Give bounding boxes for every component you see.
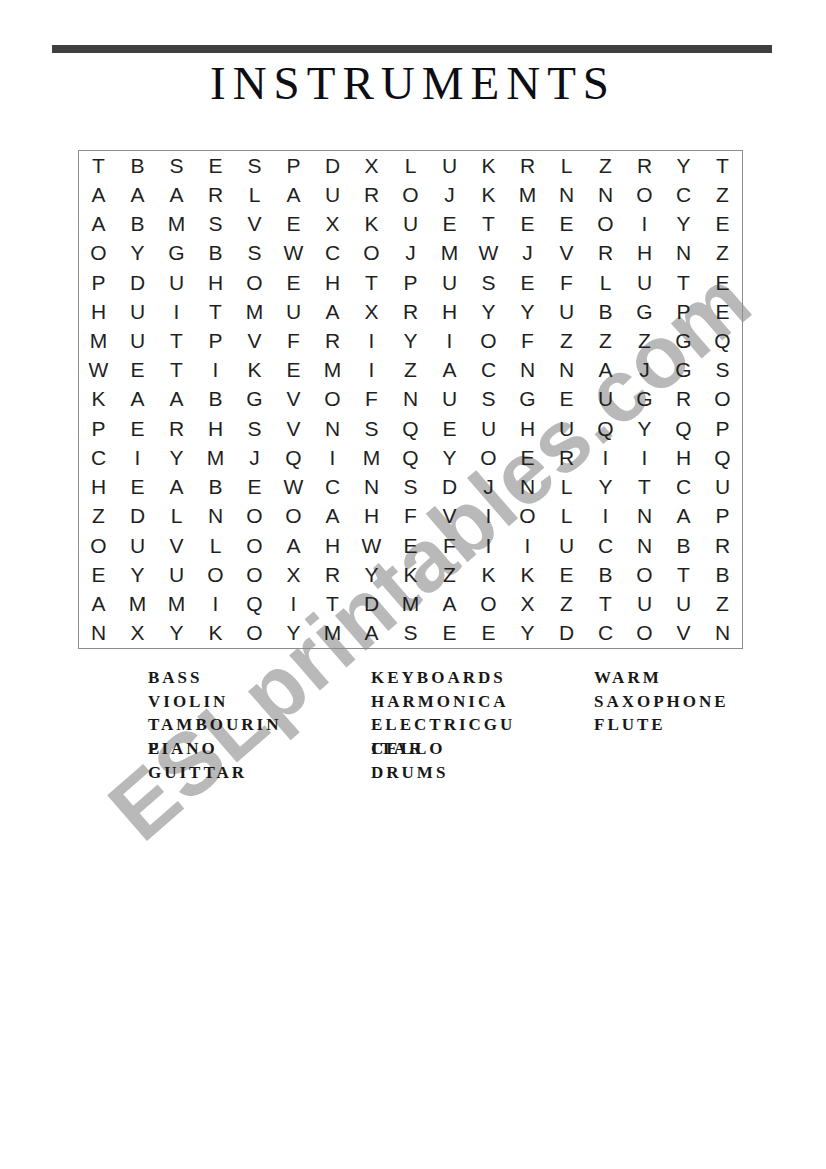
grid-cell-r3-c6: E — [274, 209, 313, 238]
grid-cell-r12-c7: C — [313, 473, 352, 502]
grid-cell-r13-c16: A — [664, 502, 703, 531]
grid-cell-r2-c9: O — [391, 180, 430, 209]
grid-cell-r10-c4: H — [196, 414, 235, 443]
grid-cell-r2-c7: U — [313, 180, 352, 209]
word-list-column-3: WARMSAXOPHONEFLUTE — [594, 666, 729, 737]
grid-cell-r2-c14: N — [586, 180, 625, 209]
grid-cell-r13-c11: I — [469, 502, 508, 531]
grid-cell-r7-c12: F — [508, 326, 547, 355]
grid-cell-r3-c15: I — [625, 209, 664, 238]
grid-cell-r3-c1: A — [79, 209, 118, 238]
grid-cell-r2-c4: R — [196, 180, 235, 209]
grid-cell-r12-c11: J — [469, 473, 508, 502]
grid-cell-r8-c16: G — [664, 356, 703, 385]
grid-cell-r9-c15: G — [625, 385, 664, 414]
grid-cell-r3-c12: E — [508, 209, 547, 238]
grid-cell-r5-c1: P — [79, 268, 118, 297]
grid-cell-r7-c15: Z — [625, 326, 664, 355]
grid-cell-r13-c7: A — [313, 502, 352, 531]
grid-cell-r8-c13: N — [547, 356, 586, 385]
grid-cell-r17-c11: E — [469, 619, 508, 648]
grid-cell-r1-c5: S — [235, 151, 274, 180]
grid-cell-r10-c14: Q — [586, 414, 625, 443]
grid-cell-r4-c16: N — [664, 239, 703, 268]
grid-cell-r10-c6: V — [274, 414, 313, 443]
grid-cell-r3-c8: K — [352, 209, 391, 238]
grid-cell-r1-c14: Z — [586, 151, 625, 180]
wrapped-text-overlap: E — [148, 737, 162, 761]
grid-cell-r6-c1: H — [79, 297, 118, 326]
grid-cell-r7-c3: T — [157, 326, 196, 355]
grid-cell-r14-c6: A — [274, 531, 313, 560]
grid-cell-r4-c12: J — [508, 239, 547, 268]
grid-cell-r8-c3: T — [157, 356, 196, 385]
grid-cell-r15-c17: B — [703, 560, 742, 589]
grid-cell-r17-c4: K — [196, 619, 235, 648]
grid-cell-r12-c4: B — [196, 473, 235, 502]
grid-cell-r16-c10: A — [430, 590, 469, 619]
grid-cell-r2-c5: L — [235, 180, 274, 209]
grid-cell-r3-c10: E — [430, 209, 469, 238]
grid-cell-r14-c17: R — [703, 531, 742, 560]
grid-cell-r14-c13: U — [547, 531, 586, 560]
grid-cell-r17-c2: X — [118, 619, 157, 648]
grid-cell-r6-c11: Y — [469, 297, 508, 326]
grid-cell-r1-c3: S — [157, 151, 196, 180]
grid-cell-r15-c1: E — [79, 560, 118, 589]
grid-cell-r16-c13: Z — [547, 590, 586, 619]
grid-cell-r17-c12: Y — [508, 619, 547, 648]
grid-cell-r17-c17: N — [703, 619, 742, 648]
word-list-column-1: BASSVIOLINTAMBOURINPIANOEGUITTAR — [148, 666, 281, 785]
grid-cell-r8-c10: A — [430, 356, 469, 385]
grid-cell-r4-c13: V — [547, 239, 586, 268]
grid-cell-r1-c2: B — [118, 151, 157, 180]
grid-cell-r2-c16: C — [664, 180, 703, 209]
grid-cell-r1-c15: R — [625, 151, 664, 180]
grid-cell-r9-c17: O — [703, 385, 742, 414]
grid-cell-r11-c14: I — [586, 443, 625, 472]
grid-cell-r8-c15: J — [625, 356, 664, 385]
grid-cell-r9-c4: B — [196, 385, 235, 414]
grid-cell-r16-c3: M — [157, 590, 196, 619]
grid-cell-r13-c10: V — [430, 502, 469, 531]
grid-cell-r14-c8: W — [352, 531, 391, 560]
grid-cell-r15-c14: B — [586, 560, 625, 589]
grid-cell-r17-c8: A — [352, 619, 391, 648]
grid-cell-r17-c6: Y — [274, 619, 313, 648]
grid-cell-r10-c10: E — [430, 414, 469, 443]
grid-cell-r8-c12: N — [508, 356, 547, 385]
grid-cell-r8-c7: M — [313, 356, 352, 385]
grid-cell-r14-c4: L — [196, 531, 235, 560]
grid-cell-r9-c5: G — [235, 385, 274, 414]
grid-cell-r1-c16: Y — [664, 151, 703, 180]
grid-cell-r13-c4: N — [196, 502, 235, 531]
grid-cell-r1-c1: T — [79, 151, 118, 180]
grid-cell-r8-c11: C — [469, 356, 508, 385]
grid-cell-r15-c4: O — [196, 560, 235, 589]
grid-cell-r5-c10: U — [430, 268, 469, 297]
grid-cell-r10-c15: Y — [625, 414, 664, 443]
grid-cell-r12-c12: N — [508, 473, 547, 502]
grid-cell-r6-c7: A — [313, 297, 352, 326]
grid-cell-r6-c15: G — [625, 297, 664, 326]
grid-cell-r11-c10: Y — [430, 443, 469, 472]
grid-cell-r6-c10: H — [430, 297, 469, 326]
grid-cell-r3-c9: U — [391, 209, 430, 238]
grid-cell-r15-c10: Z — [430, 560, 469, 589]
grid-cell-r6-c14: B — [586, 297, 625, 326]
grid-cell-r14-c9: E — [391, 531, 430, 560]
grid-cell-r6-c13: U — [547, 297, 586, 326]
grid-cell-r3-c17: E — [703, 209, 742, 238]
word-list: BASSVIOLINTAMBOURINPIANOEGUITTAR KEYBOAR… — [0, 666, 826, 791]
grid-cell-r16-c11: O — [469, 590, 508, 619]
grid-cell-r3-c16: Y — [664, 209, 703, 238]
grid-cell-r5-c5: O — [235, 268, 274, 297]
grid-cell-r11-c9: Q — [391, 443, 430, 472]
grid-cell-r7-c14: Z — [586, 326, 625, 355]
grid-cell-r8-c14: A — [586, 356, 625, 385]
grid-cell-r16-c4: I — [196, 590, 235, 619]
word-item-violin: VIOLIN — [148, 690, 281, 714]
grid-cell-r10-c17: P — [703, 414, 742, 443]
grid-cell-r12-c14: Y — [586, 473, 625, 502]
worksheet-page: ESLprintables.com INSTRUMENTS TBSESPDXLU… — [0, 0, 826, 1169]
grid-cell-r13-c15: N — [625, 502, 664, 531]
grid-cell-r17-c16: V — [664, 619, 703, 648]
grid-cell-r9-c12: G — [508, 385, 547, 414]
grid-cell-r8-c2: E — [118, 356, 157, 385]
grid-cell-r16-c9: M — [391, 590, 430, 619]
grid-cell-r2-c2: A — [118, 180, 157, 209]
grid-cell-r13-c5: O — [235, 502, 274, 531]
grid-cell-r5-c16: T — [664, 268, 703, 297]
word-search-grid: TBSESPDXLUKRLZRYTAAARLAUROJKMNNOCZABMSVE… — [78, 150, 743, 649]
grid-cell-r16-c16: U — [664, 590, 703, 619]
grid-cell-r11-c17: Q — [703, 443, 742, 472]
grid-cell-r13-c12: O — [508, 502, 547, 531]
grid-cell-r7-c1: M — [79, 326, 118, 355]
grid-cell-r12-c6: W — [274, 473, 313, 502]
grid-cell-r15-c12: K — [508, 560, 547, 589]
word-item-saxophone: SAXOPHONE — [594, 690, 729, 714]
grid-cell-r10-c1: P — [79, 414, 118, 443]
grid-cell-r2-c3: A — [157, 180, 196, 209]
grid-cell-r12-c15: T — [625, 473, 664, 502]
grid-cell-r16-c6: I — [274, 590, 313, 619]
grid-cell-r6-c12: Y — [508, 297, 547, 326]
grid-cell-r15-c8: Y — [352, 560, 391, 589]
grid-cell-r7-c9: Y — [391, 326, 430, 355]
grid-cell-r17-c5: O — [235, 619, 274, 648]
grid-cell-r16-c5: Q — [235, 590, 274, 619]
grid-cell-r16-c8: D — [352, 590, 391, 619]
grid-cell-r14-c3: V — [157, 531, 196, 560]
word-item-guittar: GUITTAR — [148, 761, 281, 785]
word-item-warm: WARM — [594, 666, 729, 690]
grid-cell-r7-c4: P — [196, 326, 235, 355]
word-item-flute: FLUTE — [594, 713, 729, 737]
grid-cell-r4-c2: Y — [118, 239, 157, 268]
grid-cell-r9-c3: A — [157, 385, 196, 414]
grid-cell-r8-c9: Z — [391, 356, 430, 385]
word-list-column-2: KEYBOARDSHARMONICAELECTRICGUCELLOITARDRU… — [371, 666, 515, 785]
grid-cell-r10-c7: N — [313, 414, 352, 443]
grid-cell-r16-c17: Z — [703, 590, 742, 619]
grid-cell-r13-c14: I — [586, 502, 625, 531]
grid-cell-r5-c9: P — [391, 268, 430, 297]
grid-cell-r15-c13: E — [547, 560, 586, 589]
grid-cell-r7-c16: G — [664, 326, 703, 355]
grid-cell-r4-c3: G — [157, 239, 196, 268]
grid-cell-r12-c17: U — [703, 473, 742, 502]
grid-cell-r3-c4: S — [196, 209, 235, 238]
grid-cell-r17-c3: Y — [157, 619, 196, 648]
grid-cell-r10-c2: E — [118, 414, 157, 443]
grid-cell-r5-c13: F — [547, 268, 586, 297]
grid-cell-r7-c6: F — [274, 326, 313, 355]
grid-cell-r4-c5: S — [235, 239, 274, 268]
grid-cell-r14-c14: C — [586, 531, 625, 560]
grid-cell-r10-c8: S — [352, 414, 391, 443]
grid-cell-r4-c17: Z — [703, 239, 742, 268]
grid-cell-r14-c16: B — [664, 531, 703, 560]
grid-cell-r14-c12: I — [508, 531, 547, 560]
grid-cell-r9-c2: A — [118, 385, 157, 414]
grid-cell-r11-c5: J — [235, 443, 274, 472]
grid-cell-r12-c5: E — [235, 473, 274, 502]
grid-cell-r3-c5: V — [235, 209, 274, 238]
grid-cell-r13-c2: D — [118, 502, 157, 531]
grid-cell-r2-c6: A — [274, 180, 313, 209]
grid-cell-r13-c17: P — [703, 502, 742, 531]
header-rule — [52, 45, 772, 53]
grid-cell-r1-c7: D — [313, 151, 352, 180]
grid-cell-r10-c13: U — [547, 414, 586, 443]
grid-cell-r7-c7: R — [313, 326, 352, 355]
grid-cell-r15-c15: O — [625, 560, 664, 589]
grid-cell-r2-c12: M — [508, 180, 547, 209]
grid-cell-r13-c1: Z — [79, 502, 118, 531]
grid-cell-r2-c15: O — [625, 180, 664, 209]
grid-cell-r17-c14: C — [586, 619, 625, 648]
grid-cell-r1-c11: K — [469, 151, 508, 180]
grid-cell-r12-c13: L — [547, 473, 586, 502]
grid-cell-r4-c10: M — [430, 239, 469, 268]
grid-cell-r14-c5: O — [235, 531, 274, 560]
grid-cell-r1-c8: X — [352, 151, 391, 180]
grid-cell-r6-c16: P — [664, 297, 703, 326]
grid-cell-r17-c7: M — [313, 619, 352, 648]
grid-cell-r2-c8: R — [352, 180, 391, 209]
grid-cell-r15-c5: O — [235, 560, 274, 589]
word-item-drums: DRUMS — [371, 761, 515, 785]
grid-cell-r2-c11: K — [469, 180, 508, 209]
grid-cell-r5-c3: U — [157, 268, 196, 297]
grid-cell-r11-c13: R — [547, 443, 586, 472]
grid-cell-r8-c1: W — [79, 356, 118, 385]
grid-cell-r10-c16: Q — [664, 414, 703, 443]
grid-cell-r6-c6: U — [274, 297, 313, 326]
grid-cell-r11-c7: I — [313, 443, 352, 472]
grid-cell-r5-c14: L — [586, 268, 625, 297]
grid-cell-r5-c8: T — [352, 268, 391, 297]
grid-cell-r13-c6: O — [274, 502, 313, 531]
grid-cell-r5-c4: H — [196, 268, 235, 297]
grid-cell-r2-c13: N — [547, 180, 586, 209]
grid-cell-r7-c8: I — [352, 326, 391, 355]
grid-cell-r5-c17: E — [703, 268, 742, 297]
word-item-electricgu: ELECTRICGU — [371, 713, 515, 737]
grid-cell-r11-c3: Y — [157, 443, 196, 472]
grid-cell-r16-c1: A — [79, 590, 118, 619]
grid-cell-r11-c6: Q — [274, 443, 313, 472]
grid-cell-r10-c5: S — [235, 414, 274, 443]
grid-cell-r14-c10: F — [430, 531, 469, 560]
grid-cell-r4-c15: H — [625, 239, 664, 268]
word-item-keyboards: KEYBOARDS — [371, 666, 515, 690]
grid-cell-r1-c10: U — [430, 151, 469, 180]
grid-cell-r9-c13: E — [547, 385, 586, 414]
grid-cell-r6-c9: R — [391, 297, 430, 326]
grid-cell-r9-c11: S — [469, 385, 508, 414]
grid-cell-r15-c16: T — [664, 560, 703, 589]
grid-cell-r9-c1: K — [79, 385, 118, 414]
grid-cell-r2-c1: A — [79, 180, 118, 209]
word-item-bass: BASS — [148, 666, 281, 690]
grid-cell-r11-c8: M — [352, 443, 391, 472]
grid-cell-r5-c15: U — [625, 268, 664, 297]
grid-cell-r4-c11: W — [469, 239, 508, 268]
grid-cell-r1-c13: L — [547, 151, 586, 180]
grid-cell-r4-c14: R — [586, 239, 625, 268]
grid-cell-r11-c16: H — [664, 443, 703, 472]
grid-cell-r5-c6: E — [274, 268, 313, 297]
grid-cell-r17-c1: N — [79, 619, 118, 648]
grid-cell-r13-c8: H — [352, 502, 391, 531]
grid-cell-r16-c14: T — [586, 590, 625, 619]
grid-cell-r9-c14: U — [586, 385, 625, 414]
grid-cell-r6-c3: I — [157, 297, 196, 326]
grid-cell-r8-c5: K — [235, 356, 274, 385]
grid-cell-r16-c2: M — [118, 590, 157, 619]
grid-cell-r7-c17: Q — [703, 326, 742, 355]
grid-cell-r4-c6: W — [274, 239, 313, 268]
grid-cell-r6-c5: M — [235, 297, 274, 326]
grid-cell-r7-c11: O — [469, 326, 508, 355]
grid-cell-r1-c17: T — [703, 151, 742, 180]
grid-cell-r14-c1: O — [79, 531, 118, 560]
grid-cell-r15-c11: K — [469, 560, 508, 589]
grid-cell-r10-c9: Q — [391, 414, 430, 443]
grid-cell-r1-c12: R — [508, 151, 547, 180]
grid-cell-r7-c5: V — [235, 326, 274, 355]
grid-cell-r15-c2: Y — [118, 560, 157, 589]
grid-cell-r11-c4: M — [196, 443, 235, 472]
grid-cell-r13-c3: L — [157, 502, 196, 531]
grid-cell-r12-c3: A — [157, 473, 196, 502]
grid-cell-r12-c10: D — [430, 473, 469, 502]
grid-cell-r15-c7: R — [313, 560, 352, 589]
grid-cell-r2-c17: Z — [703, 180, 742, 209]
grid-cell-r12-c2: E — [118, 473, 157, 502]
grid-cell-r11-c2: I — [118, 443, 157, 472]
word-item-cello: CELLOITAR — [371, 737, 515, 761]
grid-cell-r8-c4: I — [196, 356, 235, 385]
grid-cell-r12-c8: N — [352, 473, 391, 502]
grid-cell-r11-c12: E — [508, 443, 547, 472]
grid-cell-r11-c15: I — [625, 443, 664, 472]
grid-cell-r12-c9: S — [391, 473, 430, 502]
grid-cell-r6-c17: E — [703, 297, 742, 326]
grid-cell-r5-c12: E — [508, 268, 547, 297]
grid-cell-r3-c7: X — [313, 209, 352, 238]
wrapped-text-overlap: ITAR — [371, 737, 424, 761]
grid-cell-r16-c12: X — [508, 590, 547, 619]
grid-cell-r3-c14: O — [586, 209, 625, 238]
grid-cell-r4-c4: B — [196, 239, 235, 268]
grid-cell-r16-c7: T — [313, 590, 352, 619]
grid-cell-r6-c2: U — [118, 297, 157, 326]
grid-cell-r4-c1: O — [79, 239, 118, 268]
grid-cell-r8-c8: I — [352, 356, 391, 385]
grid-cell-r15-c3: U — [157, 560, 196, 589]
grid-cell-r4-c8: O — [352, 239, 391, 268]
grid-cell-r4-c7: C — [313, 239, 352, 268]
grid-cell-r17-c9: S — [391, 619, 430, 648]
grid-cell-r9-c7: O — [313, 385, 352, 414]
grid-cell-r16-c15: U — [625, 590, 664, 619]
word-item-tambourin: TAMBOURIN — [148, 713, 281, 737]
grid-cell-r15-c6: X — [274, 560, 313, 589]
grid-cell-r3-c2: B — [118, 209, 157, 238]
grid-cell-r3-c13: E — [547, 209, 586, 238]
grid-cell-r10-c3: R — [157, 414, 196, 443]
grid-cell-r1-c6: P — [274, 151, 313, 180]
grid-cell-r15-c9: K — [391, 560, 430, 589]
grid-cell-r5-c2: D — [118, 268, 157, 297]
grid-cell-r4-c9: J — [391, 239, 430, 268]
grid-cell-r9-c6: V — [274, 385, 313, 414]
grid-cell-r10-c11: U — [469, 414, 508, 443]
grid-cell-r12-c16: C — [664, 473, 703, 502]
grid-cell-r17-c13: D — [547, 619, 586, 648]
grid-cell-r13-c13: L — [547, 502, 586, 531]
grid-cell-r7-c13: Z — [547, 326, 586, 355]
grid-cell-r14-c2: U — [118, 531, 157, 560]
grid-cell-r1-c4: E — [196, 151, 235, 180]
grid-cell-r8-c17: S — [703, 356, 742, 385]
word-item-piano: PIANOE — [148, 737, 281, 761]
grid-cell-r6-c8: X — [352, 297, 391, 326]
grid-cell-r2-c10: J — [430, 180, 469, 209]
grid-cell-r9-c9: N — [391, 385, 430, 414]
word-item-harmonica: HARMONICA — [371, 690, 515, 714]
grid-cell-r3-c3: M — [157, 209, 196, 238]
grid-cell-r1-c9: L — [391, 151, 430, 180]
grid-cell-r7-c10: I — [430, 326, 469, 355]
grid-cell-r17-c15: O — [625, 619, 664, 648]
grid-cell-r9-c10: U — [430, 385, 469, 414]
grid-cell-r7-c2: U — [118, 326, 157, 355]
grid-cell-r13-c9: F — [391, 502, 430, 531]
grid-cell-r9-c8: F — [352, 385, 391, 414]
grid-cell-r14-c7: H — [313, 531, 352, 560]
page-title: INSTRUMENTS — [0, 56, 826, 110]
grid-cell-r12-c1: H — [79, 473, 118, 502]
